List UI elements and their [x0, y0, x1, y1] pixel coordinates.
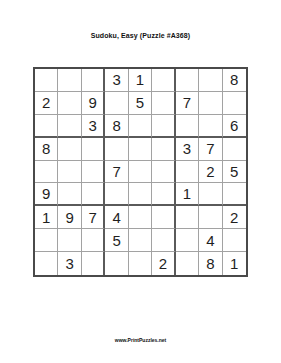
cell-r3c5 — [129, 115, 152, 138]
cell-r4c2 — [58, 138, 81, 161]
cell-r3c1 — [35, 115, 58, 138]
cell-r7c2: 9 — [58, 206, 81, 229]
cell-r2c6 — [152, 92, 175, 115]
cell-r7c6 — [152, 206, 175, 229]
cell-r3c2 — [58, 115, 81, 138]
cell-r6c3 — [82, 183, 105, 206]
cell-r1c8 — [199, 69, 222, 92]
cell-r4c7: 3 — [176, 138, 199, 161]
cell-r3c6 — [152, 115, 175, 138]
sudoku-board: 31829573868377259119742543281 — [33, 67, 248, 277]
cell-r6c6 — [152, 183, 175, 206]
cell-r8c8: 4 — [199, 229, 222, 252]
cell-r6c7: 1 — [176, 183, 199, 206]
cell-r6c9 — [223, 183, 246, 206]
cell-r9c3 — [82, 252, 105, 275]
cell-r5c7 — [176, 161, 199, 184]
cell-r2c2 — [58, 92, 81, 115]
cell-r9c1 — [35, 252, 58, 275]
cell-r8c5 — [129, 229, 152, 252]
cell-r3c7 — [176, 115, 199, 138]
printable-sudoku-page: Sudoku, Easy (Puzzle #A368) 318295738683… — [0, 0, 281, 363]
cell-r4c5 — [129, 138, 152, 161]
cell-r5c2 — [58, 161, 81, 184]
cell-r3c3: 3 — [82, 115, 105, 138]
cell-r1c4: 3 — [105, 69, 128, 92]
cell-r2c7: 7 — [176, 92, 199, 115]
cell-r7c4: 4 — [105, 206, 128, 229]
cell-r8c9 — [223, 229, 246, 252]
cell-r2c5: 5 — [129, 92, 152, 115]
cell-r8c1 — [35, 229, 58, 252]
cell-r2c1: 2 — [35, 92, 58, 115]
cell-r1c7 — [176, 69, 199, 92]
cell-r6c5 — [129, 183, 152, 206]
cell-r5c8: 2 — [199, 161, 222, 184]
cell-r9c8: 8 — [199, 252, 222, 275]
cell-r7c7 — [176, 206, 199, 229]
cell-r8c7 — [176, 229, 199, 252]
cell-r4c1: 8 — [35, 138, 58, 161]
cell-r9c4 — [105, 252, 128, 275]
cell-r6c4 — [105, 183, 128, 206]
cell-r3c9: 6 — [223, 115, 246, 138]
cell-r8c2 — [58, 229, 81, 252]
cell-r8c6 — [152, 229, 175, 252]
cell-r2c9 — [223, 92, 246, 115]
cell-r8c3 — [82, 229, 105, 252]
cell-r3c4: 8 — [105, 115, 128, 138]
cell-r7c8 — [199, 206, 222, 229]
cell-r6c8 — [199, 183, 222, 206]
cell-r5c9: 5 — [223, 161, 246, 184]
cell-r1c2 — [58, 69, 81, 92]
cell-r1c9: 8 — [223, 69, 246, 92]
cell-r1c5: 1 — [129, 69, 152, 92]
cell-r4c9 — [223, 138, 246, 161]
cell-r9c9: 1 — [223, 252, 246, 275]
cell-r7c1: 1 — [35, 206, 58, 229]
cell-r7c3: 7 — [82, 206, 105, 229]
cell-r6c1: 9 — [35, 183, 58, 206]
cell-r7c9: 2 — [223, 206, 246, 229]
cell-r4c4 — [105, 138, 128, 161]
cell-r1c6 — [152, 69, 175, 92]
cell-r1c3 — [82, 69, 105, 92]
cell-r9c2: 3 — [58, 252, 81, 275]
cell-r7c5 — [129, 206, 152, 229]
cell-r4c8: 7 — [199, 138, 222, 161]
cell-r5c6 — [152, 161, 175, 184]
cell-r4c6 — [152, 138, 175, 161]
cell-r9c7 — [176, 252, 199, 275]
cell-r5c3 — [82, 161, 105, 184]
cell-r6c2 — [58, 183, 81, 206]
cell-r9c6: 2 — [152, 252, 175, 275]
cell-r2c8 — [199, 92, 222, 115]
cell-r4c3 — [82, 138, 105, 161]
cell-r3c8 — [199, 115, 222, 138]
cell-r8c4: 5 — [105, 229, 128, 252]
cell-r5c5 — [129, 161, 152, 184]
cell-r5c1 — [35, 161, 58, 184]
cell-r9c5 — [129, 252, 152, 275]
puzzle-title: Sudoku, Easy (Puzzle #A368) — [0, 32, 281, 39]
cell-r5c4: 7 — [105, 161, 128, 184]
cell-r2c4 — [105, 92, 128, 115]
source-url: www.PrintPuzzles.net — [0, 337, 281, 343]
cell-r1c1 — [35, 69, 58, 92]
cell-r2c3: 9 — [82, 92, 105, 115]
